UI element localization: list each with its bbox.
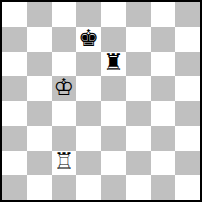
square-e7[interactable] (101, 27, 126, 52)
square-f4[interactable] (126, 101, 151, 126)
square-g5[interactable] (151, 76, 176, 101)
square-a8[interactable] (2, 2, 27, 27)
square-b8[interactable] (27, 2, 52, 27)
white-rook-piece[interactable]: ♖ (54, 151, 75, 174)
square-e8[interactable] (101, 2, 126, 27)
black-king-piece[interactable]: ♚ (78, 27, 99, 50)
square-d3[interactable] (76, 126, 101, 151)
square-c5[interactable]: ♔ (52, 76, 77, 101)
square-d8[interactable] (76, 2, 101, 27)
square-c4[interactable] (52, 101, 77, 126)
square-f8[interactable] (126, 2, 151, 27)
square-b5[interactable] (27, 76, 52, 101)
square-d7[interactable]: ♚ (76, 27, 101, 52)
square-c6[interactable] (52, 52, 77, 77)
black-rook-piece[interactable]: ♜ (103, 52, 124, 75)
square-b4[interactable] (27, 101, 52, 126)
square-d6[interactable] (76, 52, 101, 77)
square-f2[interactable] (126, 151, 151, 176)
square-a2[interactable] (2, 151, 27, 176)
square-d4[interactable] (76, 101, 101, 126)
square-g7[interactable] (151, 27, 176, 52)
square-c7[interactable] (52, 27, 77, 52)
square-e5[interactable] (101, 76, 126, 101)
square-h5[interactable] (175, 76, 200, 101)
square-e1[interactable] (101, 175, 126, 200)
square-f7[interactable] (126, 27, 151, 52)
square-c2[interactable]: ♖ (52, 151, 77, 176)
square-f3[interactable] (126, 126, 151, 151)
square-b3[interactable] (27, 126, 52, 151)
square-e2[interactable] (101, 151, 126, 176)
square-f5[interactable] (126, 76, 151, 101)
square-a7[interactable] (2, 27, 27, 52)
square-g4[interactable] (151, 101, 176, 126)
square-e4[interactable] (101, 101, 126, 126)
square-h4[interactable] (175, 101, 200, 126)
square-b6[interactable] (27, 52, 52, 77)
square-h3[interactable] (175, 126, 200, 151)
square-c3[interactable] (52, 126, 77, 151)
white-king-piece[interactable]: ♔ (54, 76, 75, 99)
chess-diagram: ♚♜♔♖ (0, 0, 202, 202)
square-e6[interactable]: ♜ (101, 52, 126, 77)
square-g6[interactable] (151, 52, 176, 77)
square-d2[interactable] (76, 151, 101, 176)
square-b1[interactable] (27, 175, 52, 200)
square-d1[interactable] (76, 175, 101, 200)
chess-board: ♚♜♔♖ (0, 0, 202, 202)
square-b2[interactable] (27, 151, 52, 176)
square-g3[interactable] (151, 126, 176, 151)
square-h7[interactable] (175, 27, 200, 52)
square-e3[interactable] (101, 126, 126, 151)
square-g2[interactable] (151, 151, 176, 176)
square-d5[interactable] (76, 76, 101, 101)
square-c8[interactable] (52, 2, 77, 27)
square-f6[interactable] (126, 52, 151, 77)
square-f1[interactable] (126, 175, 151, 200)
square-a4[interactable] (2, 101, 27, 126)
square-a6[interactable] (2, 52, 27, 77)
square-b7[interactable] (27, 27, 52, 52)
square-a1[interactable] (2, 175, 27, 200)
square-g8[interactable] (151, 2, 176, 27)
square-h1[interactable] (175, 175, 200, 200)
square-g1[interactable] (151, 175, 176, 200)
square-c1[interactable] (52, 175, 77, 200)
square-h8[interactable] (175, 2, 200, 27)
square-a3[interactable] (2, 126, 27, 151)
square-h2[interactable] (175, 151, 200, 176)
square-h6[interactable] (175, 52, 200, 77)
square-a5[interactable] (2, 76, 27, 101)
